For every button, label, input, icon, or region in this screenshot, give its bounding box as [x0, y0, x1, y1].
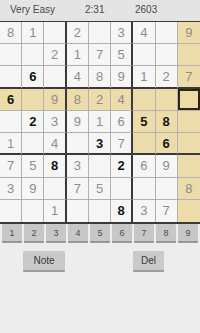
- keypad-8[interactable]: 8: [156, 224, 176, 243]
- digit: 5: [140, 115, 147, 128]
- cell-r1c9[interactable]: 9: [178, 22, 200, 44]
- digit: 3: [96, 137, 103, 150]
- digit: 7: [185, 70, 192, 83]
- cell-r4c1[interactable]: 6: [0, 89, 22, 111]
- cell-r4c7[interactable]: [133, 89, 155, 111]
- cell-r6c7[interactable]: [133, 133, 155, 155]
- note-button[interactable]: Note: [23, 251, 65, 272]
- keypad-3[interactable]: 3: [46, 224, 66, 243]
- cell-r9c7[interactable]: 3: [133, 200, 155, 222]
- cell-r2c2[interactable]: [22, 44, 44, 66]
- digit: 7: [74, 182, 81, 195]
- cell-r8c5[interactable]: 5: [89, 178, 111, 200]
- cell-r9c4[interactable]: [67, 200, 89, 222]
- cell-r6c6[interactable]: 7: [111, 133, 133, 155]
- number-keypad: 123456789: [0, 224, 200, 243]
- digit: 2: [118, 159, 125, 172]
- cell-r5c9[interactable]: [178, 111, 200, 133]
- timer: 2:31: [85, 4, 104, 15]
- digit: 8: [163, 115, 170, 128]
- keypad-2[interactable]: 2: [24, 224, 44, 243]
- digit: 4: [51, 137, 58, 150]
- digit: 8: [7, 26, 14, 39]
- cell-r1c2[interactable]: 1: [22, 22, 44, 44]
- cell-r7c1[interactable]: 7: [0, 155, 22, 177]
- cell-r4c4[interactable]: 8: [67, 89, 89, 111]
- cell-r2c7[interactable]: [133, 44, 155, 66]
- cell-r6c3[interactable]: 4: [44, 133, 66, 155]
- digit: 3: [74, 159, 81, 172]
- cell-r1c5[interactable]: [89, 22, 111, 44]
- cell-r9c8[interactable]: 7: [156, 200, 178, 222]
- digit: 6: [163, 137, 170, 150]
- cell-r2c5[interactable]: 7: [89, 44, 111, 66]
- cell-r6c5[interactable]: 3: [89, 133, 111, 155]
- cell-r4c8[interactable]: [156, 89, 178, 111]
- digit: 3: [51, 115, 58, 128]
- digit: 7: [7, 159, 14, 172]
- cell-r5c6[interactable]: 6: [111, 111, 133, 133]
- digit: 9: [74, 115, 81, 128]
- cell-r7c9[interactable]: [178, 155, 200, 177]
- digit: 4: [74, 70, 81, 83]
- digit: 1: [140, 70, 147, 83]
- digit: 4: [140, 26, 147, 39]
- digit: 6: [29, 70, 36, 83]
- cell-r1c7[interactable]: 4: [133, 22, 155, 44]
- cell-r6c1[interactable]: 1: [0, 133, 22, 155]
- cell-r3c5[interactable]: 8: [89, 66, 111, 88]
- cell-r2c9[interactable]: [178, 44, 200, 66]
- cell-r6c8[interactable]: 6: [156, 133, 178, 155]
- cell-r3c8[interactable]: 2: [156, 66, 178, 88]
- digit: 5: [96, 182, 103, 195]
- sudoku-board: 8123492175648912769824239165814376758326…: [0, 21, 200, 224]
- cell-r9c9[interactable]: [178, 200, 200, 222]
- cell-r8c7[interactable]: [133, 178, 155, 200]
- digit: 1: [96, 115, 103, 128]
- digit: 1: [74, 48, 81, 61]
- digit: 2: [29, 115, 36, 128]
- cell-r5c8[interactable]: 8: [156, 111, 178, 133]
- cell-r4c2[interactable]: [22, 89, 44, 111]
- cell-r8c1[interactable]: 3: [0, 178, 22, 200]
- digit: 1: [7, 137, 14, 150]
- digit: 7: [163, 204, 170, 217]
- digit: 1: [51, 204, 58, 217]
- cell-r9c1[interactable]: [0, 200, 22, 222]
- keypad-1[interactable]: 1: [2, 224, 22, 243]
- cell-r7c4[interactable]: 3: [67, 155, 89, 177]
- cell-r1c6[interactable]: 3: [111, 22, 133, 44]
- difficulty-label: Very Easy: [10, 4, 55, 15]
- cell-r1c3[interactable]: [44, 22, 66, 44]
- cell-r3c3[interactable]: [44, 66, 66, 88]
- cell-r9c6[interactable]: 8: [111, 200, 133, 222]
- cell-r3c9[interactable]: 7: [178, 66, 200, 88]
- cell-r8c4[interactable]: 7: [67, 178, 89, 200]
- digit: 3: [140, 204, 147, 217]
- cell-r9c5[interactable]: [89, 200, 111, 222]
- cell-r4c5[interactable]: 2: [89, 89, 111, 111]
- cell-r6c2[interactable]: [22, 133, 44, 155]
- cell-r9c3[interactable]: 1: [44, 200, 66, 222]
- cell-r8c3[interactable]: [44, 178, 66, 200]
- digit: 9: [29, 182, 36, 195]
- cell-r6c4[interactable]: [67, 133, 89, 155]
- cell-r8c8[interactable]: [156, 178, 178, 200]
- cell-r8c9[interactable]: 8: [178, 178, 200, 200]
- cell-r1c8[interactable]: [156, 22, 178, 44]
- cell-r5c2[interactable]: 2: [22, 111, 44, 133]
- cell-r2c1[interactable]: [0, 44, 22, 66]
- digit: 2: [163, 70, 170, 83]
- digit: 4: [118, 93, 125, 106]
- cell-r9c2[interactable]: [22, 200, 44, 222]
- digit: 9: [118, 70, 125, 83]
- cell-r4c9[interactable]: [178, 89, 200, 111]
- cell-r1c4[interactable]: 2: [67, 22, 89, 44]
- digit: 8: [51, 159, 58, 172]
- cell-r7c2[interactable]: 5: [22, 155, 44, 177]
- cell-r3c1[interactable]: [0, 66, 22, 88]
- digit: 2: [74, 26, 81, 39]
- cell-r4c3[interactable]: 9: [44, 89, 66, 111]
- cell-r2c8[interactable]: [156, 44, 178, 66]
- digit: 8: [185, 182, 192, 195]
- digit: 1: [29, 26, 36, 39]
- cell-r5c3[interactable]: 3: [44, 111, 66, 133]
- digit: 8: [74, 93, 81, 106]
- cell-r7c7[interactable]: 6: [133, 155, 155, 177]
- digit: 7: [118, 137, 125, 150]
- keypad-4[interactable]: 4: [68, 224, 88, 243]
- digit: 9: [163, 159, 170, 172]
- cell-r2c6[interactable]: 5: [111, 44, 133, 66]
- cell-r8c2[interactable]: 9: [22, 178, 44, 200]
- digit: 2: [51, 48, 58, 61]
- digit: 3: [118, 26, 125, 39]
- cell-r3c4[interactable]: 4: [67, 66, 89, 88]
- digit: 2: [96, 93, 103, 106]
- keypad-5[interactable]: 5: [90, 224, 110, 243]
- cell-r5c7[interactable]: 5: [133, 111, 155, 133]
- digit: 6: [140, 159, 147, 172]
- digit: 6: [118, 115, 125, 128]
- digit: 8: [118, 204, 125, 217]
- cell-r6c9[interactable]: [178, 133, 200, 155]
- cell-r2c3[interactable]: 2: [44, 44, 66, 66]
- cell-r3c7[interactable]: 1: [133, 66, 155, 88]
- digit: 5: [118, 48, 125, 61]
- digit: 5: [29, 159, 36, 172]
- keypad-7[interactable]: 7: [134, 224, 154, 243]
- cell-r8c6[interactable]: [111, 178, 133, 200]
- cell-r2c4[interactable]: 1: [67, 44, 89, 66]
- digit: 9: [51, 93, 58, 106]
- cell-r3c6[interactable]: 9: [111, 66, 133, 88]
- digit: 8: [96, 70, 103, 83]
- cell-r7c5[interactable]: [89, 155, 111, 177]
- digit: 9: [185, 26, 192, 39]
- cell-r7c3[interactable]: 8: [44, 155, 66, 177]
- keypad-9[interactable]: 9: [178, 224, 198, 243]
- cell-r1c1[interactable]: 8: [0, 22, 22, 44]
- digit: 7: [96, 48, 103, 61]
- cell-r5c5[interactable]: 1: [89, 111, 111, 133]
- cell-r5c1[interactable]: [0, 111, 22, 133]
- keypad-6[interactable]: 6: [112, 224, 132, 243]
- digit: 3: [7, 182, 14, 195]
- cell-r7c8[interactable]: 9: [156, 155, 178, 177]
- digit: 6: [7, 93, 14, 106]
- status-bar: Very Easy 2:31 2603: [0, 0, 200, 22]
- delete-button[interactable]: Del: [133, 251, 164, 272]
- cell-r5c4[interactable]: 9: [67, 111, 89, 133]
- cell-r7c6[interactable]: 2: [111, 155, 133, 177]
- cell-r3c2[interactable]: 6: [22, 66, 44, 88]
- cell-r4c6[interactable]: 4: [111, 89, 133, 111]
- score: 2603: [135, 4, 157, 15]
